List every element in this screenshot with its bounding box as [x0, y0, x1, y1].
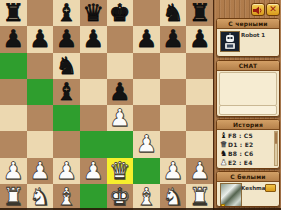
square-d7[interactable]: ♟ — [80, 26, 107, 52]
piece-black-queen: ♛ — [82, 0, 104, 26]
square-d3[interactable] — [80, 131, 107, 157]
bottom-edge — [0, 208, 281, 210]
square-c5[interactable]: ♝ — [53, 79, 80, 105]
square-b4[interactable] — [27, 105, 54, 131]
player-avatar — [220, 183, 242, 207]
piece-black-knight: ♞ — [162, 0, 184, 26]
square-g1[interactable]: ♞ — [160, 184, 187, 210]
square-g5[interactable] — [160, 79, 187, 105]
history-panel-header: История — [217, 120, 279, 130]
square-g7[interactable]: ♟ — [160, 26, 187, 52]
piece-white-pawn: ♟ — [162, 158, 184, 184]
square-d1[interactable] — [80, 184, 107, 210]
player-flag-badge — [265, 184, 276, 192]
square-h2[interactable]: ♟ — [186, 158, 213, 184]
square-b8[interactable] — [27, 0, 54, 26]
square-c4[interactable] — [53, 105, 80, 131]
square-e2[interactable]: ♛ — [107, 158, 134, 184]
white-pawn-icon: ♟ — [219, 158, 228, 167]
piece-white-pawn: ♟ — [189, 158, 211, 184]
chat-panel: CHAT — [216, 60, 280, 117]
square-d2[interactable]: ♟ — [80, 158, 107, 184]
square-h8[interactable]: ♜ — [186, 0, 213, 26]
piece-black-rook: ♜ — [3, 0, 25, 26]
piece-white-knight: ♞ — [29, 184, 51, 210]
piece-black-rook: ♜ — [189, 0, 211, 26]
piece-black-knight: ♞ — [56, 53, 78, 79]
player-panel-header: С белыми — [217, 172, 279, 182]
square-b6[interactable] — [27, 53, 54, 79]
piece-black-pawn: ♟ — [136, 26, 158, 52]
speaker-icon — [253, 0, 263, 19]
square-f4[interactable] — [133, 105, 160, 131]
piece-white-king: ♚ — [109, 184, 131, 210]
piece-black-bishop: ♝ — [56, 79, 78, 105]
square-h5[interactable] — [186, 79, 213, 105]
square-c8[interactable]: ♝ — [53, 0, 80, 26]
square-h6[interactable] — [186, 53, 213, 79]
square-d5[interactable] — [80, 79, 107, 105]
piece-black-bishop: ♝ — [56, 0, 78, 26]
history-move-text: B8 : C6 — [228, 150, 253, 157]
chat-messages — [219, 72, 277, 106]
square-c1[interactable]: ♝ — [53, 184, 80, 210]
piece-black-pawn: ♟ — [3, 26, 25, 52]
square-e7[interactable] — [107, 26, 134, 52]
square-f1[interactable]: ♝ — [133, 184, 160, 210]
chess-game-window: ♜♝♛♚♞♜♟♟♟♟♟♟♟♞♝♟♟♟♟♟♟♟♛♟♟♜♞♝♚♝♞♜ ✕ С чер… — [0, 0, 281, 210]
black-knight-icon: ♞ — [219, 149, 228, 158]
square-e4[interactable]: ♟ — [107, 105, 134, 131]
piece-white-pawn: ♟ — [109, 105, 131, 131]
square-a8[interactable]: ♜ — [0, 0, 27, 26]
piece-black-pawn: ♟ — [162, 26, 184, 52]
square-h7[interactable]: ♟ — [186, 26, 213, 52]
square-g3[interactable] — [160, 131, 187, 157]
piece-black-king: ♚ — [109, 0, 131, 26]
square-f6[interactable] — [133, 53, 160, 79]
square-g6[interactable] — [160, 53, 187, 79]
square-e1[interactable]: ♚ — [107, 184, 134, 210]
history-move[interactable]: ♞B8 : C6 — [219, 149, 273, 158]
square-h4[interactable] — [186, 105, 213, 131]
player-status-marker — [221, 204, 225, 207]
square-a6[interactable] — [0, 53, 27, 79]
square-e3[interactable] — [107, 131, 134, 157]
square-a3[interactable] — [0, 131, 27, 157]
piece-white-pawn: ♟ — [3, 158, 25, 184]
square-f3[interactable]: ♟ — [133, 131, 160, 157]
piece-white-rook: ♜ — [189, 184, 211, 210]
piece-white-pawn: ♟ — [56, 158, 78, 184]
square-c7[interactable]: ♟ — [53, 26, 80, 52]
opponent-panel: С черными Robot 1 — [216, 18, 280, 57]
square-h1[interactable]: ♜ — [186, 184, 213, 210]
piece-black-pawn: ♟ — [82, 26, 104, 52]
opponent-panel-header: С черными — [217, 19, 279, 29]
piece-white-bishop: ♝ — [56, 184, 78, 210]
black-bishop-icon: ♝ — [219, 131, 228, 140]
square-d6[interactable] — [80, 53, 107, 79]
piece-black-pawn: ♟ — [56, 26, 78, 52]
opponent-name: Robot 1 — [241, 32, 265, 38]
square-f5[interactable] — [133, 79, 160, 105]
square-e8[interactable]: ♚ — [107, 0, 134, 26]
square-a1[interactable]: ♜ — [0, 184, 27, 210]
square-d4[interactable] — [80, 105, 107, 131]
history-move-text: E2 : E4 — [228, 159, 253, 166]
piece-white-rook: ♜ — [3, 184, 25, 210]
history-move[interactable]: ♟E2 : E4 — [219, 158, 273, 167]
square-e6[interactable] — [107, 53, 134, 79]
square-h3[interactable] — [186, 131, 213, 157]
square-g8[interactable]: ♞ — [160, 0, 187, 26]
square-e5[interactable]: ♟ — [107, 79, 134, 105]
square-b5[interactable] — [27, 79, 54, 105]
robot-avatar — [220, 31, 240, 52]
history-move[interactable]: ♛D1 : E2 — [219, 140, 273, 149]
square-c6[interactable]: ♞ — [53, 53, 80, 79]
history-move-text: D1 : E2 — [228, 141, 253, 148]
history-scrollbar[interactable] — [274, 131, 278, 166]
square-b3[interactable] — [27, 131, 54, 157]
square-a5[interactable] — [0, 79, 27, 105]
piece-black-pawn: ♟ — [29, 26, 51, 52]
square-d8[interactable]: ♛ — [80, 0, 107, 26]
sound-button[interactable] — [251, 3, 265, 16]
piece-white-pawn: ♟ — [82, 158, 104, 184]
history-move-text: F8 : C5 — [228, 132, 253, 139]
move-history-list: ♝F8 : C5♛D1 : E2♞B8 : C6♟E2 : E4 — [219, 131, 273, 166]
history-move[interactable]: ♝F8 : C5 — [219, 131, 273, 140]
chess-board: ♜♝♛♚♞♜♟♟♟♟♟♟♟♞♝♟♟♟♟♟♟♟♛♟♟♜♞♝♚♝♞♜ — [0, 0, 213, 210]
square-b2[interactable]: ♟ — [27, 158, 54, 184]
square-g4[interactable] — [160, 105, 187, 131]
square-f7[interactable]: ♟ — [133, 26, 160, 52]
piece-white-bishop: ♝ — [136, 184, 158, 210]
square-b1[interactable]: ♞ — [27, 184, 54, 210]
square-c3[interactable] — [53, 131, 80, 157]
white-queen-icon: ♛ — [219, 140, 228, 149]
history-scrollbar-thumb[interactable] — [275, 132, 277, 144]
piece-white-queen: ♛ — [109, 158, 131, 184]
piece-black-pawn: ♟ — [189, 26, 211, 52]
chat-input[interactable] — [219, 105, 277, 115]
smiley-icon[interactable] — [271, 108, 278, 115]
square-a2[interactable]: ♟ — [0, 158, 27, 184]
sidebar: ✕ С черными Robot 1 CHAT — [213, 0, 281, 210]
close-icon: ✕ — [269, 5, 277, 14]
square-g2[interactable]: ♟ — [160, 158, 187, 184]
piece-white-pawn: ♟ — [29, 158, 51, 184]
square-f8[interactable] — [133, 0, 160, 26]
square-f2[interactable] — [133, 158, 160, 184]
square-a7[interactable]: ♟ — [0, 26, 27, 52]
close-button[interactable]: ✕ — [266, 3, 280, 16]
square-c2[interactable]: ♟ — [53, 158, 80, 184]
piece-black-pawn: ♟ — [109, 79, 131, 105]
square-b7[interactable]: ♟ — [27, 26, 54, 52]
player-panel: С белыми Keshman — [216, 171, 280, 207]
piece-white-pawn: ♟ — [136, 131, 158, 157]
chat-panel-header: CHAT — [217, 61, 279, 71]
square-a4[interactable] — [0, 105, 27, 131]
history-panel: История ♝F8 : C5♛D1 : E2♞B8 : C6♟E2 : E4 — [216, 119, 280, 169]
piece-white-knight: ♞ — [162, 184, 184, 210]
